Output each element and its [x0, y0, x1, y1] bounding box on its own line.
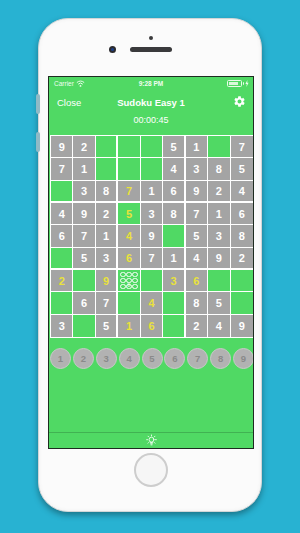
sudoku-board: 9251771438538716924492538716671495385367… [50, 135, 254, 338]
cell-r1c4[interactable] [118, 136, 140, 158]
cell-r3c7[interactable]: 9 [186, 181, 208, 203]
cell-r9c7[interactable]: 2 [186, 315, 208, 337]
gear-icon[interactable] [233, 95, 246, 108]
cell-r7c1[interactable]: 2 [51, 270, 73, 292]
cell-r8c2[interactable]: 6 [73, 292, 95, 314]
cell-r2c9[interactable]: 5 [231, 158, 253, 180]
cell-r5c5[interactable]: 9 [141, 225, 163, 247]
pencil-candidate-1 [120, 272, 126, 278]
cell-r2c3[interactable] [96, 158, 118, 180]
cell-r5c6[interactable] [163, 225, 185, 247]
cell-r4c9[interactable]: 6 [231, 203, 253, 225]
cell-r6c2[interactable]: 5 [73, 248, 95, 270]
cell-r4c4[interactable]: 5 [118, 203, 140, 225]
cell-r8c3[interactable]: 7 [96, 292, 118, 314]
cell-r3c5[interactable]: 1 [141, 181, 163, 203]
numpad-button-7[interactable]: 7 [187, 348, 208, 369]
cell-r7c6[interactable]: 3 [163, 270, 185, 292]
cell-r8c4[interactable] [118, 292, 140, 314]
earpiece-speaker [130, 47, 172, 52]
cell-r6c9[interactable]: 2 [231, 248, 253, 270]
cell-r5c4[interactable]: 4 [118, 225, 140, 247]
numpad-button-2[interactable]: 2 [73, 348, 94, 369]
volume-up-button[interactable] [36, 94, 40, 114]
proximity-sensor [149, 36, 153, 40]
cell-r9c2[interactable] [73, 315, 95, 337]
cell-r9c4[interactable]: 1 [118, 315, 140, 337]
app-screen: Carrier 9:28 PM Close Sudoku Easy 1 [48, 76, 254, 449]
cell-r7c9[interactable] [231, 270, 253, 292]
cell-r2c4[interactable] [118, 158, 140, 180]
cell-r8c5[interactable]: 4 [141, 292, 163, 314]
cell-r1c2[interactable]: 2 [73, 136, 95, 158]
home-button[interactable] [134, 453, 168, 487]
pencil-candidate-6 [132, 278, 138, 284]
cell-r4c7[interactable]: 7 [186, 203, 208, 225]
cell-r4c5[interactable]: 3 [141, 203, 163, 225]
cell-r4c6[interactable]: 8 [163, 203, 185, 225]
pencil-candidate-4 [120, 278, 126, 284]
cell-r6c3[interactable]: 3 [96, 248, 118, 270]
cell-r5c3[interactable]: 1 [96, 225, 118, 247]
cell-r8c1[interactable] [51, 292, 73, 314]
cell-r3c2[interactable]: 3 [73, 181, 95, 203]
cell-r9c6[interactable] [163, 315, 185, 337]
cell-r8c7[interactable]: 8 [186, 292, 208, 314]
pencil-candidate-2 [126, 272, 132, 278]
cell-r9c8[interactable]: 4 [208, 315, 230, 337]
cell-r5c1[interactable]: 6 [51, 225, 73, 247]
cell-r6c1[interactable] [51, 248, 73, 270]
cell-r4c2[interactable]: 9 [73, 203, 95, 225]
cell-r6c8[interactable]: 9 [208, 248, 230, 270]
numpad-button-1[interactable]: 1 [50, 348, 71, 369]
game-timer: 00:00:45 [49, 115, 253, 125]
cell-r3c4[interactable]: 7 [118, 181, 140, 203]
numpad-button-4[interactable]: 4 [119, 348, 140, 369]
numpad-button-9[interactable]: 9 [233, 348, 254, 369]
cell-r1c3[interactable] [96, 136, 118, 158]
cell-r5c8[interactable]: 3 [208, 225, 230, 247]
pencil-candidate-8: 8 [126, 284, 132, 290]
cell-r3c1[interactable] [51, 181, 73, 203]
numpad-button-5[interactable]: 5 [142, 348, 163, 369]
cell-r7c4[interactable]: 8 [118, 270, 140, 292]
cell-r8c9[interactable] [231, 292, 253, 314]
cell-r1c7[interactable]: 1 [186, 136, 208, 158]
page-title: Sudoku Easy 1 [49, 97, 253, 108]
cell-r6c4[interactable]: 6 [118, 248, 140, 270]
cell-r1c9[interactable]: 7 [231, 136, 253, 158]
cell-r4c1[interactable]: 4 [51, 203, 73, 225]
cell-r7c8[interactable] [208, 270, 230, 292]
phone-frame: Carrier 9:28 PM Close Sudoku Easy 1 [38, 18, 262, 512]
cell-r1c8[interactable] [208, 136, 230, 158]
cell-r2c6[interactable]: 4 [163, 158, 185, 180]
cell-r2c5[interactable] [141, 158, 163, 180]
cell-r7c3[interactable]: 9 [96, 270, 118, 292]
cell-r3c6[interactable]: 6 [163, 181, 185, 203]
numpad-button-3[interactable]: 3 [96, 348, 117, 369]
cell-r4c8[interactable]: 1 [208, 203, 230, 225]
numpad-button-8[interactable]: 8 [210, 348, 231, 369]
cell-r9c5[interactable]: 6 [141, 315, 163, 337]
cell-r7c5[interactable] [141, 270, 163, 292]
cell-r9c3[interactable]: 5 [96, 315, 118, 337]
pencil-candidate-3 [132, 272, 138, 278]
number-pad: 123456789 [50, 347, 254, 369]
cell-r6c6[interactable]: 1 [163, 248, 185, 270]
front-camera [109, 46, 116, 53]
cell-r3c8[interactable]: 2 [208, 181, 230, 203]
clock-label: 9:28 PM [49, 80, 253, 87]
cell-r2c1[interactable]: 7 [51, 158, 73, 180]
cell-r2c2[interactable]: 1 [73, 158, 95, 180]
cell-r5c9[interactable]: 8 [231, 225, 253, 247]
cell-r6c5[interactable]: 7 [141, 248, 163, 270]
nav-bar: Close Sudoku Easy 1 [49, 92, 253, 114]
charging-bolt-icon [245, 80, 249, 87]
pencil-candidate-7 [120, 284, 126, 290]
battery-icon [227, 80, 242, 87]
cell-r5c2[interactable]: 7 [73, 225, 95, 247]
cell-r8c8[interactable]: 5 [208, 292, 230, 314]
cell-r9c9[interactable]: 9 [231, 315, 253, 337]
cell-r1c6[interactable]: 5 [163, 136, 185, 158]
cell-r1c5[interactable] [141, 136, 163, 158]
bottom-toolbar [49, 432, 253, 448]
cell-r9c1[interactable]: 3 [51, 315, 73, 337]
lightbulb-icon[interactable] [145, 434, 158, 447]
cell-r8c6[interactable] [163, 292, 185, 314]
volume-down-button[interactable] [36, 132, 40, 152]
cell-r2c8[interactable]: 8 [208, 158, 230, 180]
cell-r4c3[interactable]: 2 [96, 203, 118, 225]
cell-r5c7[interactable]: 5 [186, 225, 208, 247]
cell-r7c2[interactable] [73, 270, 95, 292]
cell-r7c7[interactable]: 6 [186, 270, 208, 292]
pencil-marks: 8 [120, 272, 138, 290]
pencil-candidate-9 [132, 284, 138, 290]
cell-r6c7[interactable]: 4 [186, 248, 208, 270]
cell-r3c3[interactable]: 8 [96, 181, 118, 203]
status-bar: Carrier 9:28 PM [49, 77, 253, 90]
cell-r2c7[interactable]: 3 [186, 158, 208, 180]
cell-r3c9[interactable]: 4 [231, 181, 253, 203]
numpad-button-6[interactable]: 6 [164, 348, 185, 369]
battery-cap [243, 82, 245, 85]
cell-r1c1[interactable]: 9 [51, 136, 73, 158]
